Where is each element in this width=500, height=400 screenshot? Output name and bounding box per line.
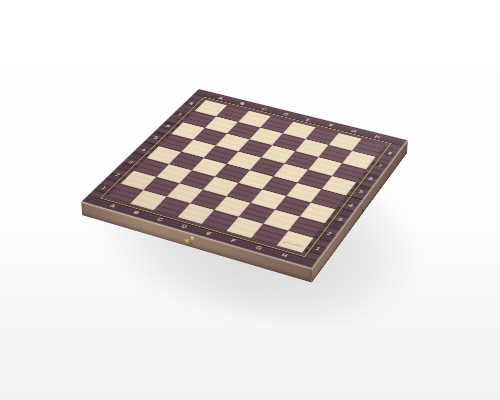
maker-signature [281,240,306,250]
rank-label: 1 [93,180,116,196]
rank-label: 2 [106,167,129,183]
square-f1 [226,217,263,238]
square-b1 [130,190,167,210]
square-h4 [311,189,346,209]
square-f4 [262,176,297,196]
square-e3 [227,183,263,203]
clasp-pin [191,236,194,240]
perspective-stage: ABCDEFGH ABCDEFGH 87654321 87654321 [0,0,500,400]
square-c2 [167,183,203,203]
square-h2 [288,216,325,237]
file-labels-front: ABCDEFGH [98,200,300,263]
square-h3 [300,203,336,224]
square-d2 [190,190,226,210]
square-g5 [297,170,332,189]
square-e2 [214,196,250,217]
square-h1 [277,231,314,253]
square-a2 [120,171,156,190]
product-photo-scene: ABCDEFGH ABCDEFGH 87654321 87654321 [0,0,500,400]
square-f3 [251,189,287,209]
fold-seam-crack [362,200,363,214]
square-g4 [286,183,321,203]
chess-board: ABCDEFGH ABCDEFGH 87654321 87654321 [81,89,408,269]
square-a1 [107,184,144,204]
square-d1 [177,203,214,224]
square-h5 [322,176,357,196]
square-e1 [202,210,239,231]
square-g2 [263,210,299,231]
square-d3 [203,177,239,197]
square-g3 [275,196,311,217]
square-g1 [251,224,288,246]
square-c1 [154,197,191,218]
square-b2 [143,177,179,197]
square-c3 [179,170,215,189]
square-e4 [238,170,273,189]
square-f2 [239,203,275,224]
folding-chessboard: ABCDEFGH ABCDEFGH 87654321 87654321 [81,89,408,269]
